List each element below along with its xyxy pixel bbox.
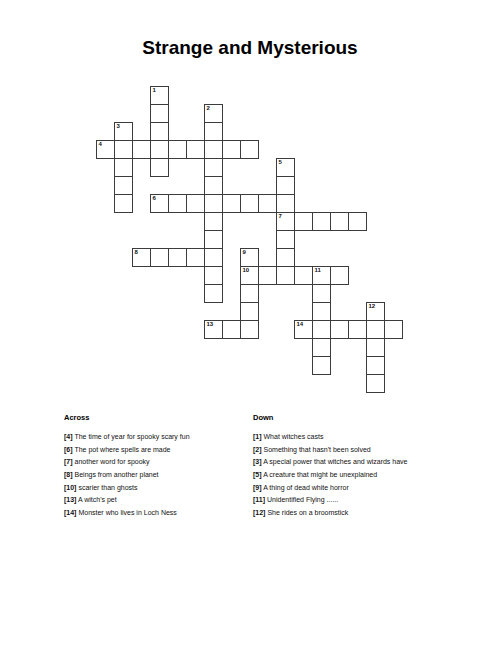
crossword-cell[interactable] <box>204 212 223 231</box>
clue-number: [14] <box>64 509 76 516</box>
crossword-cell[interactable] <box>294 266 313 285</box>
crossword-cell[interactable] <box>204 140 223 159</box>
crossword-cell[interactable] <box>348 320 367 339</box>
crossword-cell[interactable] <box>168 194 187 213</box>
crossword-cell[interactable] <box>330 266 349 285</box>
crossword-cell[interactable]: 7 <box>276 212 295 231</box>
down-clue-1: [1] What witches casts <box>253 432 413 442</box>
across-clue-14: [14] Monster who lives in Loch Ness <box>64 508 250 518</box>
clue-text: A creature that might be unexplained <box>263 471 377 478</box>
crossword-cell[interactable] <box>240 320 259 339</box>
crossword-cell[interactable] <box>204 266 223 285</box>
crossword-cell[interactable] <box>384 320 403 339</box>
clue-number: [6] <box>64 446 73 453</box>
clue-text: Unidentified Flying ...... <box>267 496 338 503</box>
across-clue-6: [6] The pot where spells are made <box>64 445 250 455</box>
cell-number: 10 <box>243 267 250 274</box>
crossword-cell[interactable] <box>276 176 295 195</box>
crossword-cell[interactable]: 4 <box>96 140 115 159</box>
crossword-cell[interactable] <box>330 212 349 231</box>
down-clue-3: [3] A special power that witches and wiz… <box>253 457 413 467</box>
crossword-cell[interactable] <box>204 122 223 141</box>
crossword-cell[interactable] <box>204 194 223 213</box>
crossword-cell[interactable]: 10 <box>240 266 259 285</box>
clue-number: [8] <box>64 471 73 478</box>
cell-number: 6 <box>153 195 156 202</box>
clue-number: [2] <box>253 446 262 453</box>
across-clues-section: Across [4] The time of year for spooky s… <box>64 414 250 521</box>
crossword-cell[interactable] <box>186 194 205 213</box>
crossword-cell[interactable] <box>222 140 241 159</box>
clue-text: She rides on a broomstick <box>267 509 348 516</box>
crossword-cell[interactable]: 11 <box>312 266 331 285</box>
clue-number: [1] <box>253 433 262 440</box>
clue-text: scarier than ghosts <box>78 484 137 491</box>
crossword-cell[interactable] <box>240 140 259 159</box>
crossword-cell[interactable] <box>114 176 133 195</box>
across-clue-7: [7] another word for spooky <box>64 457 250 467</box>
across-clue-10: [10] scarier than ghosts <box>64 483 250 493</box>
crossword-cell[interactable] <box>150 104 169 123</box>
crossword-cell[interactable]: 9 <box>240 248 259 267</box>
down-clue-5: [5] A creature that might be unexplained <box>253 470 413 480</box>
crossword-cell[interactable]: 2 <box>204 104 223 123</box>
crossword-cell[interactable] <box>150 140 169 159</box>
clue-text: another word for spooky <box>75 458 150 465</box>
crossword-cell[interactable] <box>276 266 295 285</box>
crossword-cell[interactable] <box>204 230 223 249</box>
crossword-cell[interactable] <box>258 266 277 285</box>
crossword-cell[interactable] <box>150 158 169 177</box>
crossword-cell[interactable] <box>240 302 259 321</box>
crossword-cell[interactable] <box>312 320 331 339</box>
crossword-cell[interactable] <box>240 194 259 213</box>
cell-number: 8 <box>135 249 138 256</box>
down-clue-12: [12] She rides on a broomstick <box>253 508 413 518</box>
crossword-cell[interactable] <box>276 248 295 267</box>
cell-number: 14 <box>297 321 304 328</box>
clue-text: The time of year for spooky scary fun <box>74 433 189 440</box>
clue-text: Monster who lives in Loch Ness <box>78 509 176 516</box>
crossword-cell[interactable] <box>312 284 331 303</box>
crossword-cell[interactable]: 8 <box>132 248 151 267</box>
clue-number: [9] <box>253 484 262 491</box>
clue-number: [12] <box>253 509 265 516</box>
crossword-cell[interactable]: 1 <box>150 86 169 105</box>
crossword-cell[interactable] <box>366 356 385 375</box>
cell-number: 7 <box>279 213 282 220</box>
cell-number: 9 <box>243 249 246 256</box>
crossword-cell[interactable] <box>312 338 331 357</box>
crossword-cell[interactable] <box>204 158 223 177</box>
crossword-cell[interactable] <box>276 230 295 249</box>
page-title: Strange and Mysterious <box>0 37 500 59</box>
clue-number: [4] <box>64 433 73 440</box>
crossword-cell[interactable] <box>204 248 223 267</box>
crossword-cell[interactable] <box>240 284 259 303</box>
crossword-grid: 1234567891011121314 <box>96 86 404 394</box>
across-clue-13: [13] A witch's pet <box>64 495 250 505</box>
clue-text: A witch's pet <box>78 496 117 503</box>
cell-number: 5 <box>279 159 282 166</box>
crossword-cell[interactable] <box>150 248 169 267</box>
cell-number: 1 <box>153 87 156 94</box>
crossword-cell[interactable] <box>114 140 133 159</box>
crossword-cell[interactable]: 5 <box>276 158 295 177</box>
crossword-cell[interactable]: 12 <box>366 302 385 321</box>
across-clue-4: [4] The time of year for spooky scary fu… <box>64 432 250 442</box>
clue-number: [3] <box>253 458 262 465</box>
crossword-cell[interactable] <box>186 140 205 159</box>
clue-number: [7] <box>64 458 73 465</box>
crossword-cell[interactable]: 13 <box>204 320 223 339</box>
clue-text: The pot where spells are made <box>74 446 170 453</box>
down-clue-11: [11] Unidentified Flying ...... <box>253 495 413 505</box>
clue-text: What witches casts <box>264 433 324 440</box>
crossword-cell[interactable] <box>114 194 133 213</box>
cell-number: 11 <box>315 267 321 274</box>
crossword-cell[interactable] <box>132 140 151 159</box>
crossword-cell[interactable] <box>168 140 187 159</box>
clue-number: [5] <box>253 471 262 478</box>
crossword-cell[interactable] <box>294 212 313 231</box>
cell-number: 3 <box>117 123 120 130</box>
crossword-cell[interactable] <box>276 194 295 213</box>
down-clue-9: [9] A thing of dead white horror <box>253 483 413 493</box>
crossword-cell[interactable] <box>204 284 223 303</box>
crossword-cell[interactable]: 3 <box>114 122 133 141</box>
crossword-cell[interactable] <box>312 212 331 231</box>
crossword-cell[interactable] <box>366 320 385 339</box>
clue-number: [11] <box>253 496 265 503</box>
crossword-cell[interactable] <box>258 194 277 213</box>
cell-number: 2 <box>207 105 210 112</box>
clue-text: Something that hasn't been solved <box>264 446 371 453</box>
crossword-cell[interactable] <box>366 338 385 357</box>
crossword-cell[interactable] <box>366 374 385 393</box>
crossword-cell[interactable] <box>186 248 205 267</box>
crossword-cell[interactable] <box>312 302 331 321</box>
crossword-cell[interactable] <box>204 176 223 195</box>
cell-number: 12 <box>369 303 376 310</box>
crossword-cell[interactable] <box>150 122 169 141</box>
across-header: Across <box>64 414 250 422</box>
clue-number: [10] <box>64 484 76 491</box>
down-clue-2: [2] Something that hasn't been solved <box>253 445 413 455</box>
crossword-cell[interactable] <box>114 158 133 177</box>
crossword-cell[interactable]: 6 <box>150 194 169 213</box>
crossword-cell[interactable] <box>312 356 331 375</box>
crossword-cell[interactable] <box>222 194 241 213</box>
worksheet-page: Strange and Mysterious 12345678910111213… <box>0 0 500 647</box>
cell-number: 4 <box>99 141 102 148</box>
crossword-cell[interactable] <box>348 212 367 231</box>
clue-text: A special power that witches and wizards… <box>263 458 407 465</box>
crossword-cell[interactable] <box>222 320 241 339</box>
down-clues-section: Down [1] What witches casts [2] Somethin… <box>253 414 413 521</box>
across-clue-8: [8] Beings from another planet <box>64 470 250 480</box>
clue-number: [13] <box>64 496 76 503</box>
crossword-cell[interactable] <box>330 320 349 339</box>
clue-text: Beings from another planet <box>75 471 159 478</box>
down-header: Down <box>253 414 413 422</box>
cell-number: 13 <box>207 321 214 328</box>
clue-text: A thing of dead white horror <box>263 484 349 491</box>
crossword-cell[interactable] <box>168 248 187 267</box>
crossword-cell[interactable]: 14 <box>294 320 313 339</box>
